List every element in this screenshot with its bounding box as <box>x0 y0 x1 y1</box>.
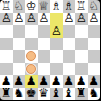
square-c8[interactable]: ♝ <box>63 88 76 101</box>
square-d3[interactable]: ♙ <box>50 25 63 38</box>
square-c5[interactable] <box>63 50 76 63</box>
square-g8[interactable]: ♞ <box>13 88 26 101</box>
square-g4[interactable] <box>13 38 26 51</box>
square-h5[interactable] <box>0 50 13 63</box>
piece-black-queen[interactable]: ♛ <box>38 87 49 100</box>
square-f4[interactable] <box>25 38 38 51</box>
piece-white-pawn[interactable]: ♙ <box>38 12 49 25</box>
square-e4[interactable] <box>38 38 51 51</box>
square-h3[interactable] <box>0 25 13 38</box>
chess-board: ♖♘♔♕♗♗♖♘♙♙♙♙♙♙♙♙♟♟♟♟♟♟♟♟♜♞♚♛♝♝♜♞ <box>0 0 100 100</box>
square-a8[interactable]: ♞ <box>88 88 101 101</box>
piece-white-pawn[interactable]: ♙ <box>26 12 37 25</box>
square-c2[interactable]: ♙ <box>63 13 76 26</box>
square-b2[interactable]: ♙ <box>75 13 88 26</box>
square-d8[interactable]: ♝ <box>50 88 63 101</box>
piece-black-knight[interactable]: ♞ <box>13 87 24 100</box>
square-f3[interactable] <box>25 25 38 38</box>
piece-white-pawn[interactable]: ♙ <box>51 25 62 38</box>
piece-black-rook[interactable]: ♜ <box>1 87 12 100</box>
piece-white-pawn[interactable]: ♙ <box>88 12 99 25</box>
square-e3[interactable] <box>38 25 51 38</box>
square-b5[interactable] <box>75 50 88 63</box>
square-e5[interactable] <box>38 50 51 63</box>
piece-black-knight[interactable]: ♞ <box>88 87 99 100</box>
square-g2[interactable]: ♙ <box>13 13 26 26</box>
square-e2[interactable]: ♙ <box>38 13 51 26</box>
piece-black-bishop[interactable]: ♝ <box>63 87 74 100</box>
square-b4[interactable] <box>75 38 88 51</box>
piece-white-pawn[interactable]: ♙ <box>76 12 87 25</box>
square-a2[interactable]: ♙ <box>88 13 101 26</box>
square-h2[interactable]: ♙ <box>0 13 13 26</box>
square-a5[interactable] <box>88 50 101 63</box>
square-g5[interactable] <box>13 50 26 63</box>
move-hint-dot[interactable] <box>26 51 36 61</box>
square-a3[interactable] <box>88 25 101 38</box>
square-h4[interactable] <box>0 38 13 51</box>
square-f2[interactable]: ♙ <box>25 13 38 26</box>
square-d1[interactable]: ♗ <box>50 0 63 13</box>
piece-black-bishop[interactable]: ♝ <box>51 87 62 100</box>
piece-black-rook[interactable]: ♜ <box>76 87 87 100</box>
square-c4[interactable] <box>63 38 76 51</box>
square-d4[interactable] <box>50 38 63 51</box>
piece-white-pawn[interactable]: ♙ <box>13 12 24 25</box>
square-b8[interactable]: ♜ <box>75 88 88 101</box>
square-e8[interactable]: ♛ <box>38 88 51 101</box>
square-g3[interactable] <box>13 25 26 38</box>
square-h8[interactable]: ♜ <box>0 88 13 101</box>
square-d5[interactable] <box>50 50 63 63</box>
piece-white-bishop[interactable]: ♗ <box>51 0 62 12</box>
piece-black-king[interactable]: ♚ <box>26 87 37 100</box>
move-hint-dot[interactable] <box>26 64 36 74</box>
piece-white-pawn[interactable]: ♙ <box>1 12 12 25</box>
square-f8[interactable]: ♚ <box>25 88 38 101</box>
square-b3[interactable] <box>75 25 88 38</box>
square-c3[interactable] <box>63 25 76 38</box>
square-f5[interactable] <box>25 50 38 63</box>
square-a4[interactable] <box>88 38 101 51</box>
piece-white-pawn[interactable]: ♙ <box>63 12 74 25</box>
